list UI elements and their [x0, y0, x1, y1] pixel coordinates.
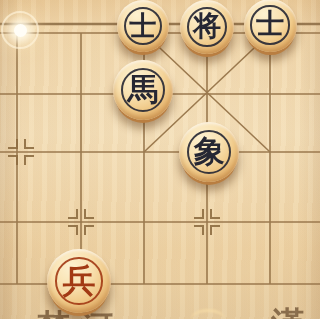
piece-c6-red[interactable]: 兵	[47, 249, 111, 313]
piece-glyph: 士	[256, 10, 284, 38]
piece-layer: 士将士馬象兵	[0, 0, 320, 319]
piece-d9-black[interactable]: 馬	[113, 60, 173, 120]
piece-f10-black[interactable]: 士	[244, 0, 297, 52]
piece-e10-black[interactable]: 将	[180, 0, 234, 54]
piece-glyph: 将	[193, 12, 221, 40]
piece-glyph: 士	[130, 12, 157, 39]
piece-glyph: 象	[194, 136, 225, 167]
piece-glyph: 馬	[128, 74, 159, 105]
piece-e8-black[interactable]: 象	[179, 122, 239, 182]
glow-core-icon	[14, 24, 27, 37]
xiangqi-board: 楚河 漢界 士将士馬象兵	[0, 0, 320, 319]
piece-glyph: 兵	[63, 264, 96, 297]
piece-d10-black[interactable]: 士	[117, 0, 169, 52]
glow-effect	[1, 11, 39, 49]
